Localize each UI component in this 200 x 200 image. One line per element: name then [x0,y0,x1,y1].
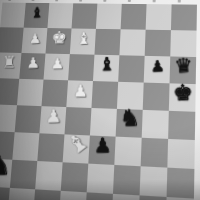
chess-piece-black-pawn[interactable]: ♟ [150,59,165,75]
chess-piece-white-pawn[interactable]: ♟ [29,31,41,45]
board-square-f7[interactable] [119,29,145,56]
top-margin-coordinate-mark [32,0,35,1]
board-square-d2[interactable] [61,162,89,192]
board-square-d1[interactable] [59,191,87,200]
top-margin-coordinate-mark [103,0,106,2]
top-margin-coordinate-mark [8,0,11,1]
chess-piece-white-king[interactable]: ♚ [51,29,67,47]
photo-scene: ♝♟♚♝♜♟♟♝♟♛♟♚♟♞♝♟♞ [0,0,200,200]
board-square-b2[interactable] [10,160,37,190]
board-square-b4[interactable] [15,105,42,133]
top-margin-coordinate-mark [178,0,181,3]
chess-piece-white-pawn[interactable]: ♟ [72,82,87,99]
board-square-g8[interactable] [146,4,172,30]
board-square-h8[interactable] [171,4,197,30]
board-square-f3[interactable] [114,137,141,167]
board-square-e5[interactable] [91,81,118,109]
board-square-b1[interactable] [7,188,35,200]
board-square-h1[interactable] [166,197,194,200]
board-square-g1[interactable] [139,195,167,200]
chess-piece-black-bishop[interactable]: ♝ [30,5,43,20]
board-square-e8[interactable] [96,4,122,30]
board-square-a7[interactable] [0,27,24,53]
photo-frame: ♝♟♚♝♜♟♟♝♟♛♟♚♟♞♝♟♞ [0,0,200,200]
board-square-h4[interactable] [168,111,195,140]
board-square-c5[interactable] [41,80,68,107]
board-square-g4[interactable] [142,110,169,139]
board-square-h3[interactable] [167,139,195,169]
chess-board: ♝♟♚♝♜♟♟♝♟♛♟♚♟♞♝♟♞ [0,0,200,200]
chess-piece-white-pawn[interactable]: ♟ [50,56,63,71]
chess-piece-black-pawn[interactable]: ♟ [93,135,111,156]
board-square-g2[interactable] [140,166,168,197]
board-square-h7[interactable] [170,30,196,57]
board-square-d8[interactable] [72,3,98,29]
chess-piece-black-knight[interactable]: ♞ [119,106,140,130]
top-margin-coordinate-mark [55,0,58,1]
chess-piece-black-queen[interactable]: ♛ [173,56,192,76]
board-square-h2[interactable] [167,168,195,199]
board-square-f2[interactable] [113,165,141,195]
board-square-e1[interactable] [85,192,113,200]
top-margin-coordinate-mark [79,0,82,2]
board-square-b3[interactable] [12,132,39,161]
board-square-e2[interactable] [87,164,115,194]
chess-piece-white-rook[interactable]: ♜ [1,54,16,71]
board-square-e4[interactable] [90,108,117,137]
board-square-b5[interactable] [17,79,44,106]
board-square-f1[interactable] [112,194,140,200]
board-square-g3[interactable] [141,138,168,168]
chess-piece-white-pawn[interactable]: ♟ [45,107,61,126]
board-square-g7[interactable] [145,30,171,57]
board-square-a8[interactable] [0,3,26,28]
board-square-f8[interactable] [121,4,147,30]
board-square-c2[interactable] [35,161,63,191]
chess-piece-black-king[interactable]: ♚ [172,81,193,103]
top-margin-coordinate-mark [153,0,156,2]
board-square-c8[interactable] [47,3,73,28]
chess-piece-black-knight[interactable]: ♞ [0,152,11,179]
chess-piece-white-pawn[interactable]: ♟ [26,56,39,71]
chess-piece-black-bishop[interactable]: ♝ [98,55,115,74]
top-margin-coordinate-mark [128,0,131,2]
board-square-c1[interactable] [33,189,61,200]
board-square-e7[interactable] [94,29,120,55]
board-square-f6[interactable] [118,55,144,82]
chess-piece-white-bishop[interactable]: ♝ [76,30,91,47]
board-grid: ♝♟♚♝♜♟♟♝♟♛♟♚♟♞♝♟♞ [0,3,197,200]
board-square-d6[interactable] [68,54,94,81]
board-square-g5[interactable] [143,83,170,111]
